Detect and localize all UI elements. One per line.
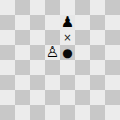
square-e4[interactable]	[60, 60, 75, 75]
square-d8[interactable]	[45, 0, 60, 15]
square-b1[interactable]	[15, 105, 30, 120]
square-e7[interactable]: ♟	[60, 15, 75, 30]
square-e1[interactable]	[60, 105, 75, 120]
square-e2[interactable]	[60, 90, 75, 105]
square-f1[interactable]	[75, 105, 90, 120]
square-d7[interactable]	[45, 15, 60, 30]
square-a6[interactable]	[0, 30, 15, 45]
square-h4[interactable]	[105, 60, 120, 75]
square-d4[interactable]	[45, 60, 60, 75]
square-f8[interactable]	[75, 0, 90, 15]
square-g2[interactable]	[90, 90, 105, 105]
square-h7[interactable]	[105, 15, 120, 30]
square-f6[interactable]	[75, 30, 90, 45]
square-e3[interactable]	[60, 75, 75, 90]
square-f4[interactable]	[75, 60, 90, 75]
square-c1[interactable]	[30, 105, 45, 120]
square-c3[interactable]	[30, 75, 45, 90]
square-a1[interactable]	[0, 105, 15, 120]
square-f2[interactable]	[75, 90, 90, 105]
square-f3[interactable]	[75, 75, 90, 90]
chess-board: ♟×♙●	[0, 0, 120, 120]
square-f5[interactable]	[75, 45, 90, 60]
square-b4[interactable]	[15, 60, 30, 75]
square-h2[interactable]	[105, 90, 120, 105]
square-c2[interactable]	[30, 90, 45, 105]
square-a3[interactable]	[0, 75, 15, 90]
square-b6[interactable]	[15, 30, 30, 45]
square-a4[interactable]	[0, 60, 15, 75]
square-g4[interactable]	[90, 60, 105, 75]
square-a2[interactable]	[0, 90, 15, 105]
square-d3[interactable]	[45, 75, 60, 90]
square-b8[interactable]	[15, 0, 30, 15]
square-b3[interactable]	[15, 75, 30, 90]
square-g6[interactable]	[90, 30, 105, 45]
square-g5[interactable]	[90, 45, 105, 60]
square-a8[interactable]	[0, 0, 15, 15]
square-b2[interactable]	[15, 90, 30, 105]
square-e5[interactable]: ●	[60, 45, 75, 60]
square-h1[interactable]	[105, 105, 120, 120]
square-h6[interactable]	[105, 30, 120, 45]
square-d1[interactable]	[45, 105, 60, 120]
square-f7[interactable]	[75, 15, 90, 30]
square-a5[interactable]	[0, 45, 15, 60]
square-c7[interactable]	[30, 15, 45, 30]
square-g7[interactable]	[90, 15, 105, 30]
square-d6[interactable]	[45, 30, 60, 45]
square-e6[interactable]: ×	[60, 30, 75, 45]
square-c4[interactable]	[30, 60, 45, 75]
square-b5[interactable]	[15, 45, 30, 60]
white-pawn[interactable]: ♙	[46, 45, 59, 60]
square-h3[interactable]	[105, 75, 120, 90]
square-g1[interactable]	[90, 105, 105, 120]
destination-dot-marker: ●	[62, 47, 72, 59]
square-g8[interactable]	[90, 0, 105, 15]
square-b7[interactable]	[15, 15, 30, 30]
square-h8[interactable]	[105, 0, 120, 15]
square-c8[interactable]	[30, 0, 45, 15]
square-c5[interactable]	[30, 45, 45, 60]
capture-x-marker: ×	[63, 33, 71, 43]
square-d5[interactable]: ♙	[45, 45, 60, 60]
square-g3[interactable]	[90, 75, 105, 90]
square-d2[interactable]	[45, 90, 60, 105]
square-a7[interactable]	[0, 15, 15, 30]
square-e8[interactable]	[60, 0, 75, 15]
square-c6[interactable]	[30, 30, 45, 45]
square-h5[interactable]	[105, 45, 120, 60]
black-pawn[interactable]: ♟	[61, 15, 74, 30]
